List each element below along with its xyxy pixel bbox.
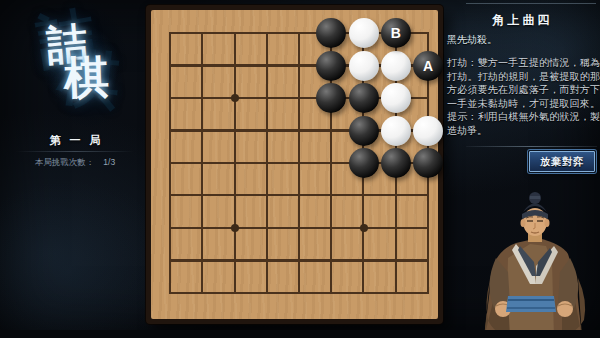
puzzle-rules-text: 打劫：雙方一手互提的情況，稱為打劫。打劫的規則，是被提取的那方必須要先在別處落子… <box>447 56 600 137</box>
divider <box>16 151 134 152</box>
attempts-label: 本局挑戰次數： <box>35 157 95 169</box>
npc-portrait <box>470 188 600 338</box>
white-stone <box>349 51 379 81</box>
game-logo-calligraphy: 棋 <box>63 55 110 102</box>
white-stone <box>349 18 379 48</box>
black-stone <box>316 51 346 81</box>
bottom-letterbox <box>0 330 600 338</box>
black-stone <box>381 148 411 178</box>
game-screen: 詰 棋 詰 棋 第一局 本局挑戰次數： 1/3 BA 角上曲四 黑先劫殺。 打劫… <box>0 0 600 338</box>
white-stone <box>413 116 443 146</box>
white-stone <box>381 51 411 81</box>
black-stone <box>349 148 379 178</box>
black-stone <box>349 83 379 113</box>
star-point <box>231 94 239 102</box>
move-option-marker-a[interactable]: A <box>413 51 443 81</box>
move-option-label: B <box>391 26 401 40</box>
white-stone <box>381 116 411 146</box>
black-stone <box>349 116 379 146</box>
attempts-counter: 本局挑戰次數： 1/3 <box>0 157 150 169</box>
move-option-label: A <box>423 59 433 73</box>
star-point <box>360 224 368 232</box>
divider <box>466 146 597 147</box>
star-point <box>231 224 239 232</box>
puzzle-objective: 黑先劫殺。 <box>447 33 599 47</box>
attempts-value: 1/3 <box>103 157 115 169</box>
move-option-marker-b[interactable]: B <box>381 18 411 48</box>
puzzle-title: 角上曲四 <box>446 12 596 29</box>
panel-top-line <box>466 3 596 4</box>
round-label: 第一局 <box>0 133 150 148</box>
white-stone <box>381 83 411 113</box>
black-stone <box>413 148 443 178</box>
give-up-button[interactable]: 放棄對弈 <box>528 150 596 173</box>
